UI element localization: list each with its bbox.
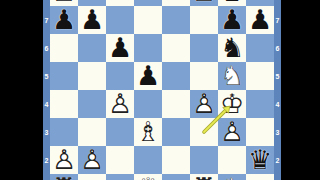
- square-e3[interactable]: [162, 118, 190, 146]
- piece-outline: ♖: [190, 174, 218, 180]
- white-rook[interactable]: ♜♖: [50, 174, 78, 180]
- piece-outline: ♙: [106, 90, 134, 118]
- rank-labels-left: 87654321: [43, 0, 50, 180]
- rank-label-7: 7: [43, 6, 50, 34]
- piece-glyph: ♟: [106, 34, 134, 62]
- black-pawn[interactable]: ♟: [50, 6, 78, 34]
- square-d1[interactable]: ♛♕: [134, 174, 162, 180]
- square-g3[interactable]: ♟♙: [218, 118, 246, 146]
- square-e4[interactable]: [162, 90, 190, 118]
- square-d7[interactable]: [134, 6, 162, 34]
- square-c6[interactable]: ♟: [106, 34, 134, 62]
- rank-label-4: 4: [274, 90, 281, 118]
- square-a6[interactable]: [50, 34, 78, 62]
- square-b1[interactable]: [78, 174, 106, 180]
- square-f7[interactable]: [190, 6, 218, 34]
- square-a4[interactable]: [50, 90, 78, 118]
- square-c5[interactable]: [106, 62, 134, 90]
- square-a7[interactable]: ♟: [50, 6, 78, 34]
- square-g6[interactable]: ♞: [218, 34, 246, 62]
- piece-glyph: ♟: [218, 6, 246, 34]
- square-h2[interactable]: ♛: [246, 146, 274, 174]
- square-d3[interactable]: ♝♗: [134, 118, 162, 146]
- piece-outline: ♘: [218, 174, 246, 180]
- piece-outline: ♙: [218, 118, 246, 146]
- rank-label-6: 6: [274, 34, 281, 62]
- white-knight[interactable]: ♞♘: [218, 62, 246, 90]
- square-h3[interactable]: [246, 118, 274, 146]
- square-c7[interactable]: [106, 6, 134, 34]
- square-h6[interactable]: [246, 34, 274, 62]
- rank-label-2: 2: [43, 146, 50, 174]
- black-queen[interactable]: ♛: [246, 146, 274, 174]
- white-pawn[interactable]: ♟♙: [218, 118, 246, 146]
- rank-label-6: 6: [43, 34, 50, 62]
- piece-outline: ♙: [190, 90, 218, 118]
- square-a3[interactable]: [50, 118, 78, 146]
- piece-glyph: ♟: [246, 6, 274, 34]
- piece-outline: ♕: [134, 174, 162, 180]
- black-pawn[interactable]: ♟: [246, 6, 274, 34]
- square-a5[interactable]: [50, 62, 78, 90]
- rank-label-1: 1: [274, 174, 281, 180]
- rank-label-3: 3: [43, 118, 50, 146]
- square-g4[interactable]: ♚♔: [218, 90, 246, 118]
- white-knight[interactable]: ♞♘: [218, 174, 246, 180]
- rank-label-1: 1: [43, 174, 50, 180]
- piece-glyph: ♛: [246, 146, 274, 174]
- piece-outline: ♖: [50, 174, 78, 180]
- square-b2[interactable]: ♟♙: [78, 146, 106, 174]
- square-a1[interactable]: ♜♖: [50, 174, 78, 180]
- square-h4[interactable]: [246, 90, 274, 118]
- white-pawn[interactable]: ♟♙: [78, 146, 106, 174]
- piece-outline: ♙: [50, 146, 78, 174]
- piece-glyph: ♟: [134, 62, 162, 90]
- square-d6[interactable]: [134, 34, 162, 62]
- white-pawn[interactable]: ♟♙: [50, 146, 78, 174]
- black-pawn[interactable]: ♟: [78, 6, 106, 34]
- square-f4[interactable]: ♟♙: [190, 90, 218, 118]
- square-h1[interactable]: [246, 174, 274, 180]
- rank-label-7: 7: [274, 6, 281, 34]
- square-b7[interactable]: ♟: [78, 6, 106, 34]
- square-g2[interactable]: [218, 146, 246, 174]
- square-g1[interactable]: ♞♘: [218, 174, 246, 180]
- square-e5[interactable]: [162, 62, 190, 90]
- piece-glyph: ♞: [218, 34, 246, 62]
- black-pawn[interactable]: ♟: [134, 62, 162, 90]
- square-f1[interactable]: ♜♖: [190, 174, 218, 180]
- white-pawn[interactable]: ♟♙: [106, 90, 134, 118]
- square-d4[interactable]: [134, 90, 162, 118]
- piece-outline: ♘: [218, 62, 246, 90]
- piece-outline: ♔: [218, 90, 246, 118]
- white-king[interactable]: ♚♔: [218, 90, 246, 118]
- piece-glyph: ♟: [50, 6, 78, 34]
- square-f2[interactable]: [190, 146, 218, 174]
- board-grid: ♜♜♚♟♟♟♟♟♞♟♞♘♟♙♟♙♚♔♝♗♟♙♟♙♟♙♛♜♖♛♕♜♖♞♘: [50, 0, 274, 180]
- square-f6[interactable]: [190, 34, 218, 62]
- rank-label-2: 2: [274, 146, 281, 174]
- black-pawn[interactable]: ♟: [218, 6, 246, 34]
- square-c3[interactable]: [106, 118, 134, 146]
- white-rook[interactable]: ♜♖: [190, 174, 218, 180]
- square-b3[interactable]: [78, 118, 106, 146]
- app-background: 87654321 ♜♜♚♟♟♟♟♟♞♟♞♘♟♙♟♙♚♔♝♗♟♙♟♙♟♙♛♜♖♛♕…: [0, 0, 320, 180]
- rank-label-5: 5: [274, 62, 281, 90]
- square-d5[interactable]: ♟: [134, 62, 162, 90]
- square-b6[interactable]: [78, 34, 106, 62]
- square-d2[interactable]: [134, 146, 162, 174]
- square-e6[interactable]: [162, 34, 190, 62]
- rank-labels-right: 87654321: [274, 0, 281, 180]
- piece-outline: ♗: [134, 118, 162, 146]
- white-bishop[interactable]: ♝♗: [134, 118, 162, 146]
- square-h5[interactable]: [246, 62, 274, 90]
- square-h7[interactable]: ♟: [246, 6, 274, 34]
- rank-label-3: 3: [274, 118, 281, 146]
- square-c1[interactable]: [106, 174, 134, 180]
- rank-label-5: 5: [43, 62, 50, 90]
- square-b5[interactable]: [78, 62, 106, 90]
- square-f5[interactable]: [190, 62, 218, 90]
- square-b4[interactable]: [78, 90, 106, 118]
- square-e1[interactable]: [162, 174, 190, 180]
- white-pawn[interactable]: ♟♙: [190, 90, 218, 118]
- piece-outline: ♙: [78, 146, 106, 174]
- white-queen[interactable]: ♛♕: [134, 174, 162, 180]
- square-f3[interactable]: [190, 118, 218, 146]
- rank-label-4: 4: [43, 90, 50, 118]
- square-e7[interactable]: [162, 6, 190, 34]
- square-c4[interactable]: ♟♙: [106, 90, 134, 118]
- square-g7[interactable]: ♟: [218, 6, 246, 34]
- square-e2[interactable]: [162, 146, 190, 174]
- square-g5[interactable]: ♞♘: [218, 62, 246, 90]
- chess-board: 87654321 ♜♜♚♟♟♟♟♟♞♟♞♘♟♙♟♙♚♔♝♗♟♙♟♙♟♙♛♜♖♛♕…: [43, 0, 281, 180]
- square-a2[interactable]: ♟♙: [50, 146, 78, 174]
- piece-glyph: ♟: [78, 6, 106, 34]
- square-c2[interactable]: [106, 146, 134, 174]
- black-knight[interactable]: ♞: [218, 34, 246, 62]
- black-pawn[interactable]: ♟: [106, 34, 134, 62]
